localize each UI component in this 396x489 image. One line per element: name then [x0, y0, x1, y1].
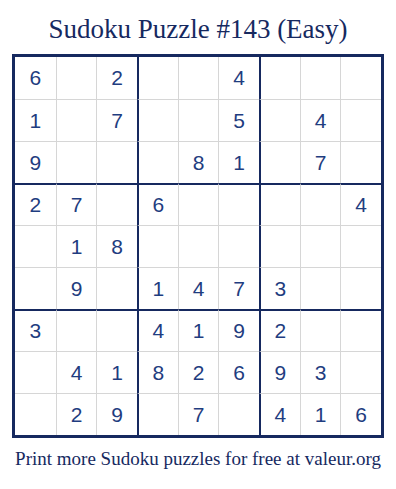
sudoku-cell-r4c6	[218, 183, 259, 225]
sudoku-cell-r3c9	[340, 141, 381, 183]
sudoku-cell-r6c2: 9	[56, 267, 97, 309]
sudoku-cell-r2c6: 5	[218, 99, 259, 141]
sudoku-cell-r1c9	[340, 57, 381, 99]
sudoku-cell-r4c4: 6	[137, 183, 178, 225]
sudoku-cell-r3c8: 7	[300, 141, 341, 183]
sudoku-cell-r1c1: 6	[15, 57, 56, 99]
sudoku-cell-r9c5: 7	[178, 393, 219, 435]
sudoku-cell-r4c7	[259, 183, 300, 225]
sudoku-cell-r3c5: 8	[178, 141, 219, 183]
sudoku-cell-r6c6: 7	[218, 267, 259, 309]
sudoku-cell-r6c9	[340, 267, 381, 309]
sudoku-cell-r9c4	[137, 393, 178, 435]
sudoku-cell-r4c5	[178, 183, 219, 225]
sudoku-cell-r5c3: 8	[96, 225, 137, 267]
sudoku-cell-r6c3	[96, 267, 137, 309]
sudoku-cell-r5c9	[340, 225, 381, 267]
sudoku-board: 6241754981727641891473341924182693297416	[12, 54, 384, 438]
sudoku-cell-r5c1	[15, 225, 56, 267]
sudoku-cell-r4c8	[300, 183, 341, 225]
sudoku-cell-r7c1: 3	[15, 309, 56, 351]
sudoku-cell-r8c4: 8	[137, 351, 178, 393]
sudoku-cell-r7c3	[96, 309, 137, 351]
sudoku-cell-r4c1: 2	[15, 183, 56, 225]
sudoku-cell-r8c1	[15, 351, 56, 393]
sudoku-cell-r8c8: 3	[300, 351, 341, 393]
sudoku-cell-r1c5	[178, 57, 219, 99]
sudoku-cell-r8c5: 2	[178, 351, 219, 393]
sudoku-cell-r1c6: 4	[218, 57, 259, 99]
sudoku-cell-r1c4	[137, 57, 178, 99]
sudoku-cell-r8c3: 1	[96, 351, 137, 393]
sudoku-cell-r9c7: 4	[259, 393, 300, 435]
sudoku-cell-r4c3	[96, 183, 137, 225]
sudoku-cell-r6c1	[15, 267, 56, 309]
sudoku-cell-r7c5: 1	[178, 309, 219, 351]
sudoku-cell-r5c6	[218, 225, 259, 267]
sudoku-cell-r6c5: 4	[178, 267, 219, 309]
sudoku-cell-r9c1	[15, 393, 56, 435]
sudoku-cell-r7c8	[300, 309, 341, 351]
sudoku-cell-r9c8: 1	[300, 393, 341, 435]
sudoku-cell-r9c2: 2	[56, 393, 97, 435]
sudoku-cell-r5c4	[137, 225, 178, 267]
puzzle-title: Sudoku Puzzle #143 (Easy)	[0, 14, 396, 45]
sudoku-cell-r7c2	[56, 309, 97, 351]
sudoku-cell-r4c9: 4	[340, 183, 381, 225]
sudoku-cell-r6c7: 3	[259, 267, 300, 309]
sudoku-cell-r2c3: 7	[96, 99, 137, 141]
sudoku-cell-r9c3: 9	[96, 393, 137, 435]
sudoku-cell-r6c8	[300, 267, 341, 309]
sudoku-cell-r3c1: 9	[15, 141, 56, 183]
sudoku-cell-r2c1: 1	[15, 99, 56, 141]
sudoku-cell-r7c6: 9	[218, 309, 259, 351]
sudoku-cell-r9c6	[218, 393, 259, 435]
sudoku-cell-r5c8	[300, 225, 341, 267]
sudoku-cell-r2c9	[340, 99, 381, 141]
sudoku-cell-r5c5	[178, 225, 219, 267]
sudoku-cell-r7c7: 2	[259, 309, 300, 351]
sudoku-cell-r1c2	[56, 57, 97, 99]
sudoku-cell-r8c9	[340, 351, 381, 393]
sudoku-cell-r3c6: 1	[218, 141, 259, 183]
sudoku-cell-r2c2	[56, 99, 97, 141]
sudoku-cell-r5c2: 1	[56, 225, 97, 267]
sudoku-cell-r3c2	[56, 141, 97, 183]
footer-text: Print more Sudoku puzzles for free at va…	[0, 448, 396, 470]
sudoku-cell-r3c3	[96, 141, 137, 183]
sudoku-cell-r7c4: 4	[137, 309, 178, 351]
sudoku-cell-r7c9	[340, 309, 381, 351]
sudoku-cell-r1c8	[300, 57, 341, 99]
sudoku-cell-r3c7	[259, 141, 300, 183]
sudoku-cell-r2c8: 4	[300, 99, 341, 141]
sudoku-cell-r5c7	[259, 225, 300, 267]
sudoku-cell-r8c7: 9	[259, 351, 300, 393]
sudoku-cell-r1c7	[259, 57, 300, 99]
sudoku-cell-r8c2: 4	[56, 351, 97, 393]
sudoku-cell-r9c9: 6	[340, 393, 381, 435]
sudoku-cell-r2c5	[178, 99, 219, 141]
sudoku-cell-r6c4: 1	[137, 267, 178, 309]
sudoku-cell-r1c3: 2	[96, 57, 137, 99]
sudoku-cell-r8c6: 6	[218, 351, 259, 393]
sudoku-cell-r3c4	[137, 141, 178, 183]
sudoku-cell-r4c2: 7	[56, 183, 97, 225]
sudoku-cell-r2c4	[137, 99, 178, 141]
sudoku-cell-r2c7	[259, 99, 300, 141]
